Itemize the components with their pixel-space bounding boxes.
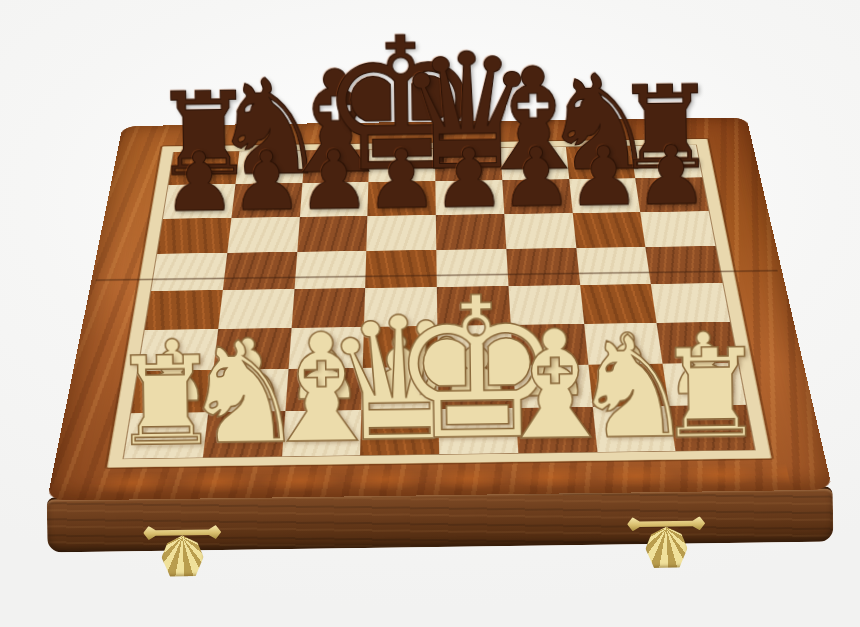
piece-black-pawn-f7[interactable]: ♟ [499, 136, 573, 219]
piece-black-pawn-a7[interactable]: ♟ [162, 140, 236, 223]
piece-black-pawn-e7[interactable]: ♟ [432, 136, 506, 219]
left-clasp [141, 521, 224, 584]
board-scene: ♜♞♝♚♛♝♞♜♟♟♟♟♟♟♟♟♟♟♟♟♟♟♟♟♜♞♝♛♚♝♞♜ [0, 0, 860, 627]
piece-black-pawn-c7[interactable]: ♟ [297, 138, 371, 221]
square-g5[interactable] [576, 247, 651, 285]
square-a5[interactable] [151, 253, 227, 291]
piece-black-pawn-b7[interactable]: ♟ [230, 139, 304, 222]
chess-set-photo: ♜♞♝♚♛♝♞♜♟♟♟♟♟♟♟♟♟♟♟♟♟♟♟♟♜♞♝♛♚♝♞♜ [0, 0, 860, 627]
square-b5[interactable] [223, 252, 297, 290]
piece-white-rook-h1[interactable]: ♜ [655, 332, 766, 456]
square-h5[interactable] [646, 246, 723, 284]
piece-black-pawn-g7[interactable]: ♟ [567, 135, 641, 218]
right-clasp [625, 512, 708, 575]
right-clasp-shell [645, 526, 688, 569]
piece-black-pawn-d7[interactable]: ♟ [364, 137, 438, 220]
left-clasp-shell [161, 534, 204, 577]
piece-black-pawn-h7[interactable]: ♟ [634, 134, 708, 217]
